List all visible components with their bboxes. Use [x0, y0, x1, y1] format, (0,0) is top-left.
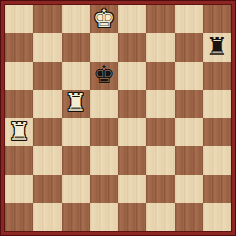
square-f7[interactable]: [146, 33, 174, 61]
chess-board: ♚♜♚♜♜: [4, 4, 232, 232]
square-g1[interactable]: [175, 203, 203, 231]
square-a5[interactable]: [5, 90, 33, 118]
square-d6[interactable]: ♚: [90, 62, 118, 90]
square-f2[interactable]: [146, 175, 174, 203]
square-d8[interactable]: ♚: [90, 5, 118, 33]
white-rook-a4[interactable]: ♜: [8, 119, 30, 144]
square-a8[interactable]: [5, 5, 33, 33]
square-g8[interactable]: [175, 5, 203, 33]
square-f8[interactable]: [146, 5, 174, 33]
white-king-d8[interactable]: ♚: [93, 6, 115, 31]
square-e5[interactable]: [118, 90, 146, 118]
square-c5[interactable]: ♜: [62, 90, 90, 118]
square-a6[interactable]: [5, 62, 33, 90]
square-h4[interactable]: [203, 118, 231, 146]
square-c6[interactable]: [62, 62, 90, 90]
square-c1[interactable]: [62, 203, 90, 231]
square-e8[interactable]: [118, 5, 146, 33]
square-c7[interactable]: [62, 33, 90, 61]
square-g4[interactable]: [175, 118, 203, 146]
square-h8[interactable]: [203, 5, 231, 33]
square-f4[interactable]: [146, 118, 174, 146]
square-h1[interactable]: [203, 203, 231, 231]
square-b8[interactable]: [33, 5, 61, 33]
square-f6[interactable]: [146, 62, 174, 90]
square-d3[interactable]: [90, 146, 118, 174]
square-b1[interactable]: [33, 203, 61, 231]
square-a7[interactable]: [5, 33, 33, 61]
square-a4[interactable]: ♜: [5, 118, 33, 146]
square-h3[interactable]: [203, 146, 231, 174]
square-f3[interactable]: [146, 146, 174, 174]
square-h7[interactable]: ♜: [203, 33, 231, 61]
square-h6[interactable]: [203, 62, 231, 90]
square-g2[interactable]: [175, 175, 203, 203]
square-d1[interactable]: [90, 203, 118, 231]
white-rook-c5[interactable]: ♜: [64, 90, 86, 115]
square-b6[interactable]: [33, 62, 61, 90]
square-e2[interactable]: [118, 175, 146, 203]
square-e3[interactable]: [118, 146, 146, 174]
square-f1[interactable]: [146, 203, 174, 231]
square-a1[interactable]: [5, 203, 33, 231]
square-a3[interactable]: [5, 146, 33, 174]
square-e7[interactable]: [118, 33, 146, 61]
square-d4[interactable]: [90, 118, 118, 146]
square-d5[interactable]: [90, 90, 118, 118]
square-b5[interactable]: [33, 90, 61, 118]
square-g7[interactable]: [175, 33, 203, 61]
square-e4[interactable]: [118, 118, 146, 146]
square-a2[interactable]: [5, 175, 33, 203]
square-d2[interactable]: [90, 175, 118, 203]
square-b7[interactable]: [33, 33, 61, 61]
square-h2[interactable]: [203, 175, 231, 203]
square-b2[interactable]: [33, 175, 61, 203]
black-king-d6[interactable]: ♚: [93, 62, 115, 87]
black-rook-h7[interactable]: ♜: [206, 34, 228, 59]
square-c3[interactable]: [62, 146, 90, 174]
square-d7[interactable]: [90, 33, 118, 61]
square-c2[interactable]: [62, 175, 90, 203]
chess-board-frame: ♚♜♚♜♜: [0, 0, 236, 236]
square-g6[interactable]: [175, 62, 203, 90]
square-f5[interactable]: [146, 90, 174, 118]
square-h5[interactable]: [203, 90, 231, 118]
square-b4[interactable]: [33, 118, 61, 146]
square-b3[interactable]: [33, 146, 61, 174]
square-c4[interactable]: [62, 118, 90, 146]
square-g5[interactable]: [175, 90, 203, 118]
square-e1[interactable]: [118, 203, 146, 231]
square-c8[interactable]: [62, 5, 90, 33]
square-e6[interactable]: [118, 62, 146, 90]
square-g3[interactable]: [175, 146, 203, 174]
